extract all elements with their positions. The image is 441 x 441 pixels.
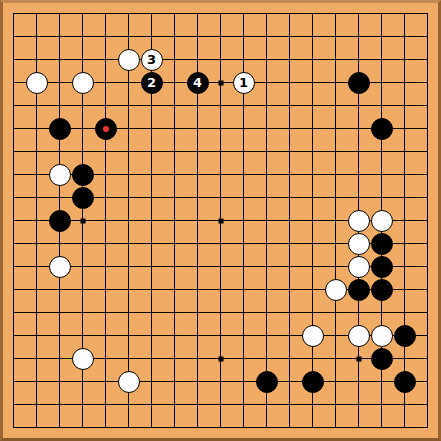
stone-white xyxy=(26,72,48,94)
stone-white-move-1: 1 xyxy=(233,72,255,94)
stone-white xyxy=(72,72,94,94)
move-number-label: 1 xyxy=(239,76,248,89)
stone-black xyxy=(348,72,370,94)
stone-white xyxy=(118,371,140,393)
stone-black xyxy=(371,118,393,140)
stone-black xyxy=(371,233,393,255)
star-point xyxy=(80,218,85,223)
stone-white xyxy=(348,233,370,255)
stone-black xyxy=(371,348,393,370)
stone-white xyxy=(348,256,370,278)
move-number-label: 4 xyxy=(193,76,202,89)
board-grid: 3241 xyxy=(13,13,428,428)
circle-marker-icon xyxy=(103,126,109,132)
stone-black-move-4: 4 xyxy=(187,72,209,94)
stone-white xyxy=(348,210,370,232)
stone-black xyxy=(394,325,416,347)
stone-black xyxy=(72,164,94,186)
stone-white xyxy=(72,348,94,370)
stone-white-move-3: 3 xyxy=(141,49,163,71)
stone-white xyxy=(302,325,324,347)
stone-black xyxy=(302,371,324,393)
stone-white xyxy=(371,325,393,347)
stone-black xyxy=(72,187,94,209)
stone-black xyxy=(371,256,393,278)
move-number-label: 3 xyxy=(147,53,156,66)
move-number-label: 2 xyxy=(147,76,156,89)
star-point xyxy=(218,80,223,85)
star-point xyxy=(356,356,361,361)
stone-white xyxy=(325,279,347,301)
stone-black xyxy=(49,118,71,140)
stone-black xyxy=(394,371,416,393)
go-board[interactable]: 3241 xyxy=(0,0,441,441)
stone-black xyxy=(256,371,278,393)
stone-white xyxy=(49,256,71,278)
stone-black xyxy=(348,279,370,301)
star-point xyxy=(218,356,223,361)
stone-black xyxy=(371,279,393,301)
star-point xyxy=(218,218,223,223)
stone-black-marked xyxy=(95,118,117,140)
stone-white xyxy=(118,49,140,71)
stone-black-move-2: 2 xyxy=(141,72,163,94)
stone-black xyxy=(49,210,71,232)
stone-white xyxy=(371,210,393,232)
stone-white xyxy=(348,325,370,347)
stone-white xyxy=(49,164,71,186)
